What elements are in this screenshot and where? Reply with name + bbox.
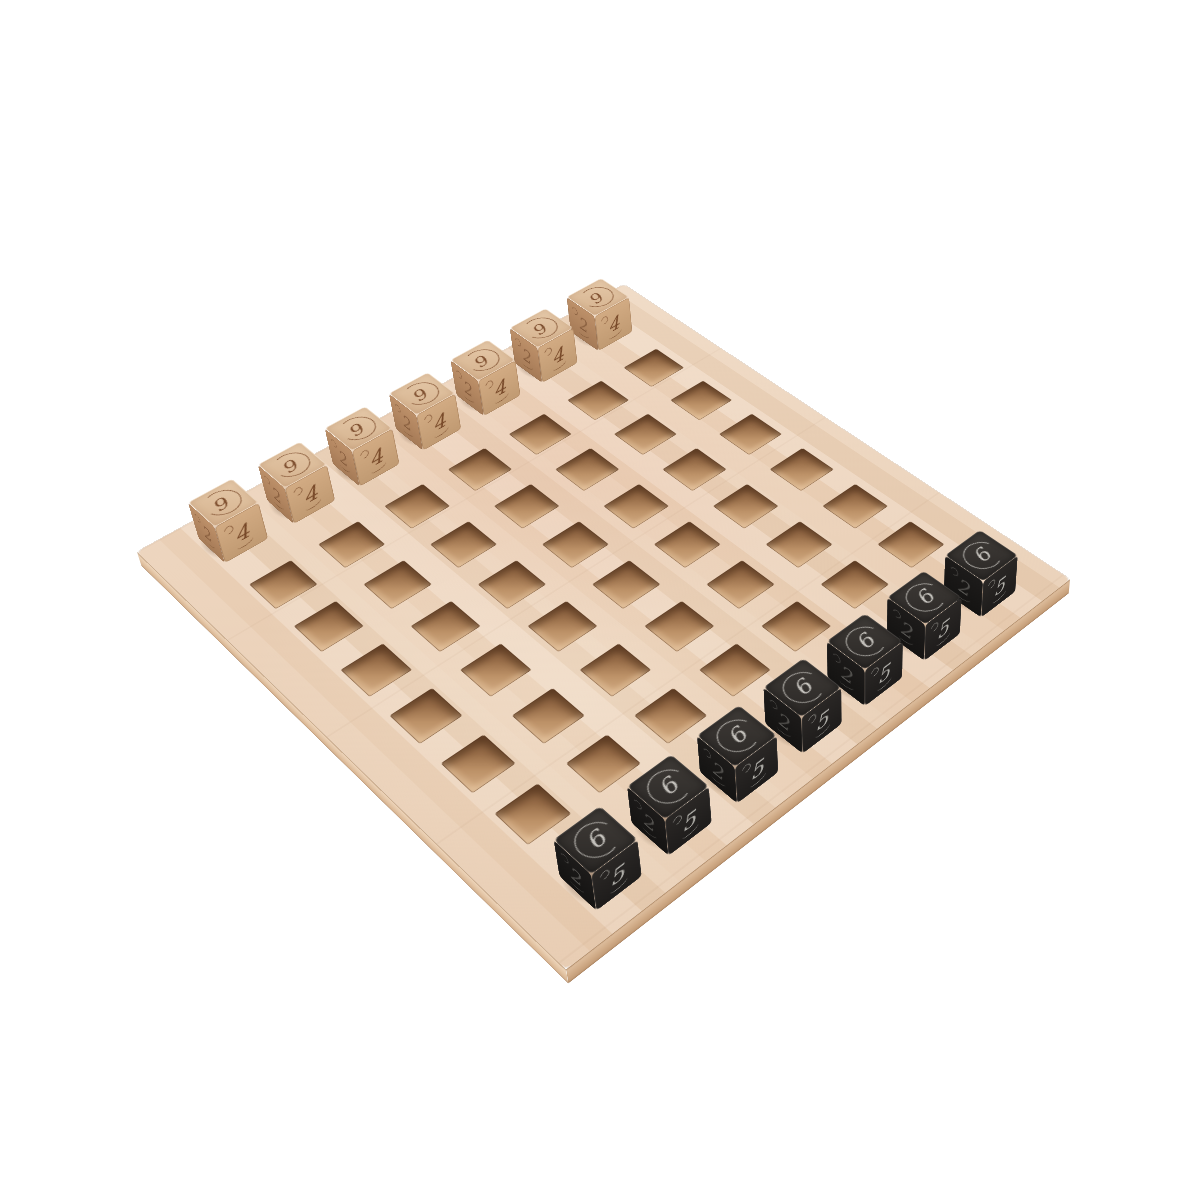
die-cube: 624 xyxy=(453,358,518,399)
hole-d3[interactable] xyxy=(542,521,609,568)
die-cube: 624 xyxy=(329,424,396,469)
hole-b6[interactable] xyxy=(821,560,890,609)
hole-e5[interactable] xyxy=(579,643,651,697)
die-cube: 624 xyxy=(512,326,575,366)
hole-a4[interactable] xyxy=(770,448,834,491)
die-cube: 625 xyxy=(827,632,903,688)
hole-a1[interactable] xyxy=(624,349,685,387)
hole-c4[interactable] xyxy=(654,521,721,568)
die-light-a0[interactable]: 624 xyxy=(571,313,633,351)
die-black-g7[interactable]: 625 xyxy=(559,843,642,911)
die-cube: 625 xyxy=(887,589,961,643)
hole-e1[interactable] xyxy=(384,484,450,529)
hole-e4[interactable] xyxy=(527,601,597,652)
hole-b5[interactable] xyxy=(766,521,833,568)
die-cube: 624 xyxy=(392,390,458,433)
die-cube: 625 xyxy=(764,677,841,736)
hole-c5[interactable] xyxy=(706,560,775,609)
product-photo-scene: 6246256246256246256246256246256246256246… xyxy=(0,0,1200,1200)
game-board: 6246256246256246256246256246256246256246… xyxy=(137,284,1070,969)
die-light-b0[interactable]: 624 xyxy=(515,343,578,383)
hole-b4[interactable] xyxy=(713,484,779,529)
die-cube: 625 xyxy=(698,724,777,786)
hole-a3[interactable] xyxy=(719,414,782,455)
hole-a5[interactable] xyxy=(822,484,888,529)
die-cube: 624 xyxy=(193,497,263,546)
die-cube: 625 xyxy=(629,773,710,838)
hole-c2[interactable] xyxy=(555,448,619,491)
die-black-e7[interactable]: 625 xyxy=(700,742,779,804)
die-light-c0[interactable]: 624 xyxy=(456,375,520,416)
die-light-e0[interactable]: 624 xyxy=(333,442,400,487)
hole-g4[interactable] xyxy=(389,688,462,744)
hole-d6[interactable] xyxy=(699,643,771,697)
hole-f5[interactable] xyxy=(512,688,585,744)
die-cube: 625 xyxy=(556,825,639,893)
hole-d2[interactable] xyxy=(494,484,560,529)
swirl-circle-icon xyxy=(338,413,380,443)
die-light-f0[interactable]: 624 xyxy=(267,478,335,525)
hole-a2[interactable] xyxy=(670,381,732,421)
hole-g3[interactable] xyxy=(340,643,412,697)
hole-e3[interactable] xyxy=(478,560,547,609)
hole-b1[interactable] xyxy=(567,381,629,421)
hole-g1[interactable] xyxy=(249,560,318,609)
hole-b2[interactable] xyxy=(614,414,677,455)
hole-b3[interactable] xyxy=(662,448,726,491)
hole-f2[interactable] xyxy=(363,560,432,609)
hole-f4[interactable] xyxy=(460,643,532,697)
hole-d5[interactable] xyxy=(644,601,714,652)
die-light-d0[interactable]: 624 xyxy=(396,408,461,451)
hole-g5[interactable] xyxy=(441,735,516,794)
hole-e2[interactable] xyxy=(430,521,497,568)
hole-c6[interactable] xyxy=(761,601,831,652)
die-cube: 624 xyxy=(569,296,631,334)
hole-f3[interactable] xyxy=(411,601,481,652)
die-black-f7[interactable]: 625 xyxy=(631,791,712,856)
hole-c1[interactable] xyxy=(509,414,572,455)
hole-c3[interactable] xyxy=(603,484,669,529)
die-light-g0[interactable]: 624 xyxy=(199,515,269,564)
die-cube: 624 xyxy=(262,460,331,506)
hole-d4[interactable] xyxy=(592,560,661,609)
hole-f1[interactable] xyxy=(318,521,385,568)
hole-a6[interactable] xyxy=(877,521,944,568)
hole-g2[interactable] xyxy=(294,601,364,652)
hole-d1[interactable] xyxy=(448,448,512,491)
